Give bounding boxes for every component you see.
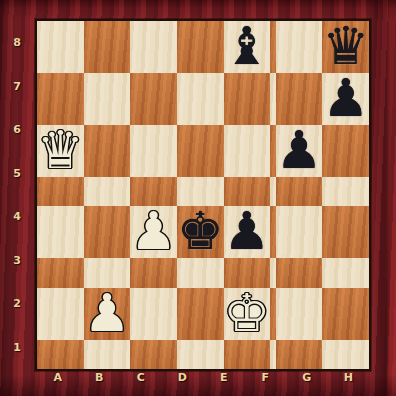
square-c6[interactable] [130, 125, 177, 177]
file-label-h: H [328, 371, 370, 385]
square-h1[interactable] [322, 340, 369, 369]
square-a8[interactable] [37, 21, 84, 73]
square-a4[interactable] [37, 206, 84, 258]
square-b7[interactable] [84, 73, 131, 125]
rank-label-3: 3 [4, 239, 30, 283]
file-label-d: D [162, 371, 204, 385]
piece-white-king-e2[interactable]: ♚ [224, 287, 271, 339]
square-h4[interactable] [322, 206, 369, 258]
square-h3[interactable] [322, 258, 369, 287]
piece-white-pawn-b2[interactable]: ♟ [84, 287, 131, 339]
piece-white-pawn-c4[interactable]: ♟ [130, 205, 177, 257]
square-g1[interactable] [276, 340, 323, 369]
square-e8[interactable]: ♝ [224, 21, 271, 73]
square-a2[interactable] [37, 288, 84, 340]
file-label-a: A [37, 371, 79, 385]
file-label-e: E [203, 371, 245, 385]
square-e2[interactable]: ♚ [224, 288, 271, 340]
square-h7[interactable]: ♟ [322, 73, 369, 125]
square-d2[interactable] [177, 288, 224, 340]
rank-label-4: 4 [4, 195, 30, 239]
square-g8[interactable] [276, 21, 323, 73]
square-e1[interactable] [224, 340, 271, 369]
square-a5[interactable] [37, 177, 84, 206]
piece-black-pawn-h7[interactable]: ♟ [322, 72, 369, 124]
piece-black-king-d4[interactable]: ♚ [177, 205, 224, 257]
square-b8[interactable] [84, 21, 131, 73]
piece-black-queen-h8[interactable]: ♛ [322, 20, 369, 72]
square-g7[interactable] [276, 73, 323, 125]
square-b1[interactable] [84, 340, 131, 369]
rank-label-8: 8 [4, 21, 30, 65]
square-e4[interactable]: ♟ [224, 206, 271, 258]
square-g6[interactable]: ♟ [276, 125, 323, 177]
chess-board-frame: ♝♛♟♛♟♟♚♟♟♚ 87654321 ABCDEFGH [0, 0, 396, 396]
piece-white-queen-a6[interactable]: ♛ [37, 124, 84, 176]
piece-black-pawn-g6[interactable]: ♟ [276, 124, 323, 176]
file-label-g: G [286, 371, 328, 385]
square-c1[interactable] [130, 340, 177, 369]
square-d6[interactable] [177, 125, 224, 177]
square-h5[interactable] [322, 177, 369, 206]
square-b6[interactable] [84, 125, 131, 177]
square-d7[interactable] [177, 73, 224, 125]
file-label-c: C [120, 371, 162, 385]
square-h2[interactable] [322, 288, 369, 340]
piece-black-bishop-e8[interactable]: ♝ [224, 20, 271, 72]
rank-label-5: 5 [4, 152, 30, 196]
square-h6[interactable] [322, 125, 369, 177]
square-a6[interactable]: ♛ [37, 125, 84, 177]
square-e6[interactable] [224, 125, 271, 177]
square-g2[interactable] [276, 288, 323, 340]
square-g4[interactable] [276, 206, 323, 258]
rank-label-6: 6 [4, 108, 30, 152]
square-d8[interactable] [177, 21, 224, 73]
file-label-f: F [245, 371, 287, 385]
square-d4[interactable]: ♚ [177, 206, 224, 258]
square-e7[interactable] [224, 73, 271, 125]
file-label-b: B [79, 371, 121, 385]
square-b5[interactable] [84, 177, 131, 206]
rank-label-7: 7 [4, 65, 30, 109]
square-b4[interactable] [84, 206, 131, 258]
piece-black-pawn-e4[interactable]: ♟ [224, 205, 271, 257]
square-d1[interactable] [177, 340, 224, 369]
square-c2[interactable] [130, 288, 177, 340]
square-a7[interactable] [37, 73, 84, 125]
square-d3[interactable] [177, 258, 224, 287]
rank-label-2: 2 [4, 282, 30, 326]
square-c4[interactable]: ♟ [130, 206, 177, 258]
rank-label-1: 1 [4, 326, 30, 370]
square-a3[interactable] [37, 258, 84, 287]
square-h8[interactable]: ♛ [322, 21, 369, 73]
square-c8[interactable] [130, 21, 177, 73]
square-b2[interactable]: ♟ [84, 288, 131, 340]
square-c7[interactable] [130, 73, 177, 125]
board: ♝♛♟♛♟♟♚♟♟♚ [37, 21, 369, 369]
square-g5[interactable] [276, 177, 323, 206]
square-a1[interactable] [37, 340, 84, 369]
square-c3[interactable] [130, 258, 177, 287]
square-g3[interactable] [276, 258, 323, 287]
